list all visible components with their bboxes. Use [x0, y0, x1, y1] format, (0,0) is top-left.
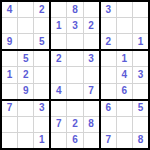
cell-r8c4[interactable]: 7 [51, 117, 66, 132]
cell-r6c4[interactable]: 4 [51, 84, 66, 99]
cell-r6c9[interactable] [133, 84, 148, 99]
block-2-1: 5129 [1, 50, 50, 99]
cell-r6c1[interactable] [2, 84, 17, 99]
cell-r9c9[interactable]: 8 [133, 133, 148, 148]
cell-r4c8[interactable]: 1 [117, 51, 132, 66]
cell-r7c9[interactable]: 5 [133, 101, 148, 116]
cell-r7c8[interactable] [117, 101, 132, 116]
cell-r8c9[interactable] [133, 117, 148, 132]
block-3-2: 7286 [50, 100, 99, 149]
cell-r2c4[interactable]: 1 [51, 18, 66, 33]
cell-r8c8[interactable] [117, 117, 132, 132]
cell-r6c5[interactable] [67, 84, 82, 99]
cell-r2c1[interactable] [2, 18, 17, 33]
cell-r2c9[interactable] [133, 18, 148, 33]
cell-r9c3[interactable]: 1 [34, 133, 49, 148]
cell-r9c5[interactable]: 6 [67, 133, 82, 148]
cell-r5c9[interactable]: 3 [133, 67, 148, 82]
cell-r5c3[interactable] [34, 67, 49, 82]
cell-r8c1[interactable] [2, 117, 17, 132]
block-1-2: 8132 [50, 1, 99, 50]
cell-r4c3[interactable] [34, 51, 49, 66]
cell-r8c6[interactable]: 8 [84, 117, 99, 132]
cell-r1c1[interactable]: 4 [2, 2, 17, 17]
block-3-1: 731 [1, 100, 50, 149]
cell-r6c8[interactable]: 6 [117, 84, 132, 99]
block-1-1: 4295 [1, 1, 50, 50]
block-2-2: 2347 [50, 50, 99, 99]
cell-r1c8[interactable] [117, 2, 132, 17]
cell-r1c9[interactable] [133, 2, 148, 17]
cell-r4c7[interactable] [101, 51, 116, 66]
cell-r3c9[interactable]: 1 [133, 34, 148, 49]
cell-r4c1[interactable] [2, 51, 17, 66]
cell-r2c2[interactable] [18, 18, 33, 33]
cell-r7c1[interactable]: 7 [2, 101, 17, 116]
cell-r3c5[interactable] [67, 34, 82, 49]
cell-r5c1[interactable]: 1 [2, 67, 17, 82]
cell-r9c6[interactable] [84, 133, 99, 148]
cell-r1c2[interactable] [18, 2, 33, 17]
sudoku-board: 4295813232151292347143673172866578 [0, 0, 150, 150]
block-3-3: 6578 [100, 100, 149, 149]
block-1-3: 321 [100, 1, 149, 50]
cell-r6c7[interactable] [101, 84, 116, 99]
cell-r6c6[interactable]: 7 [84, 84, 99, 99]
cell-r4c6[interactable]: 3 [84, 51, 99, 66]
cell-r2c3[interactable] [34, 18, 49, 33]
cell-r9c7[interactable]: 7 [101, 133, 116, 148]
cell-r8c5[interactable]: 2 [67, 117, 82, 132]
cell-r7c2[interactable] [18, 101, 33, 116]
cell-r5c8[interactable]: 4 [117, 67, 132, 82]
cell-r1c5[interactable]: 8 [67, 2, 82, 17]
cell-r7c4[interactable] [51, 101, 66, 116]
cell-r8c7[interactable] [101, 117, 116, 132]
cell-r4c2[interactable]: 5 [18, 51, 33, 66]
cell-r5c5[interactable] [67, 67, 82, 82]
cell-r8c2[interactable] [18, 117, 33, 132]
cell-r3c7[interactable]: 2 [101, 34, 116, 49]
cell-r5c7[interactable] [101, 67, 116, 82]
cell-r6c3[interactable] [34, 84, 49, 99]
cell-r3c4[interactable] [51, 34, 66, 49]
cell-r8c3[interactable] [34, 117, 49, 132]
cell-r7c6[interactable] [84, 101, 99, 116]
cell-r5c2[interactable]: 2 [18, 67, 33, 82]
cell-r5c4[interactable] [51, 67, 66, 82]
block-2-3: 1436 [100, 50, 149, 99]
cell-r3c3[interactable]: 5 [34, 34, 49, 49]
cell-r5c6[interactable] [84, 67, 99, 82]
cell-r7c5[interactable] [67, 101, 82, 116]
cell-r1c7[interactable]: 3 [101, 2, 116, 17]
cell-r3c8[interactable] [117, 34, 132, 49]
cell-r4c5[interactable] [67, 51, 82, 66]
cell-r1c3[interactable]: 2 [34, 2, 49, 17]
cell-r6c2[interactable]: 9 [18, 84, 33, 99]
cell-r9c2[interactable] [18, 133, 33, 148]
cell-r3c2[interactable] [18, 34, 33, 49]
cell-r9c1[interactable] [2, 133, 17, 148]
cell-r7c7[interactable]: 6 [101, 101, 116, 116]
cell-r4c4[interactable]: 2 [51, 51, 66, 66]
cell-r1c4[interactable] [51, 2, 66, 17]
cell-r7c3[interactable]: 3 [34, 101, 49, 116]
cell-r2c5[interactable]: 3 [67, 18, 82, 33]
cell-r2c6[interactable]: 2 [84, 18, 99, 33]
cell-r3c6[interactable] [84, 34, 99, 49]
cell-r9c8[interactable] [117, 133, 132, 148]
cell-r2c7[interactable] [101, 18, 116, 33]
cell-r3c1[interactable]: 9 [2, 34, 17, 49]
cell-r2c8[interactable] [117, 18, 132, 33]
cell-r4c9[interactable] [133, 51, 148, 66]
cell-r9c4[interactable] [51, 133, 66, 148]
cell-r1c6[interactable] [84, 2, 99, 17]
